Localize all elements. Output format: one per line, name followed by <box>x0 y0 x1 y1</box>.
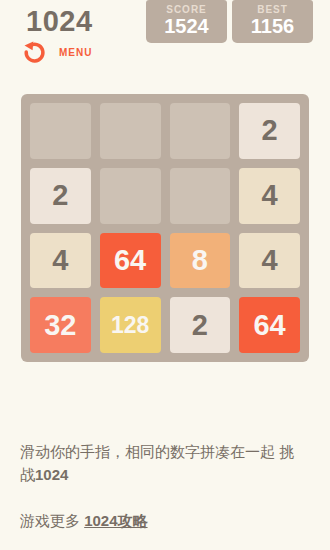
tile-128: 128 <box>100 297 161 353</box>
instructions: 滑动你的手指，相同的数字拼凑在一起 挑 战1024 游戏更多 1024攻略 当两… <box>20 417 314 550</box>
empty-cell <box>170 168 231 224</box>
menu-button-label[interactable]: MENU <box>59 47 92 58</box>
empty-cell <box>100 168 161 224</box>
score-label: SCORE <box>146 4 227 15</box>
game-screen: 1024 SCORE 1524 BEST 1156 MENU 224464843… <box>0 0 330 550</box>
tile-4: 4 <box>30 233 91 289</box>
best-label: BEST <box>232 4 313 15</box>
page-title: 1024 <box>26 5 93 38</box>
menu-button[interactable]: MENU <box>21 40 92 65</box>
best-value: 1156 <box>232 15 313 38</box>
score-box: SCORE 1524 <box>146 0 227 43</box>
tile-64: 64 <box>239 297 300 353</box>
score-panels: SCORE 1524 BEST 1156 <box>146 0 313 43</box>
tile-2: 2 <box>170 297 231 353</box>
empty-cell <box>30 103 91 159</box>
tile-64: 64 <box>100 233 161 289</box>
instruction-line-1-bold: 1024 <box>35 466 68 483</box>
tile-2: 2 <box>30 168 91 224</box>
instruction-line-2-text: 游戏更多 <box>20 512 84 529</box>
guide-link[interactable]: 1024攻略 <box>84 512 147 529</box>
empty-cell <box>100 103 161 159</box>
instruction-line-1: 滑动你的手指，相同的数字拼凑在一起 挑 战1024 <box>20 440 314 486</box>
empty-cell <box>170 103 231 159</box>
board[interactable]: 2244648432128264 <box>21 94 309 362</box>
tile-2: 2 <box>239 103 300 159</box>
tile-32: 32 <box>30 297 91 353</box>
tile-8: 8 <box>170 233 231 289</box>
tile-4: 4 <box>239 233 300 289</box>
tile-4: 4 <box>239 168 300 224</box>
undo-icon[interactable] <box>21 40 48 65</box>
instruction-line-2: 游戏更多 1024攻略 <box>20 509 314 532</box>
score-value: 1524 <box>146 15 227 38</box>
best-box: BEST 1156 <box>232 0 313 43</box>
